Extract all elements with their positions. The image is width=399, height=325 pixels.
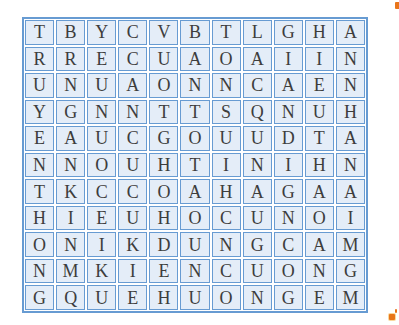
- grid-cell-r8c1[interactable]: H: [25, 206, 54, 231]
- grid-cell-r1c2[interactable]: B: [56, 20, 85, 45]
- grid-cell-r6c10[interactable]: H: [305, 153, 334, 178]
- grid-cell-r5c11[interactable]: A: [336, 126, 365, 151]
- grid-cell-r1c9[interactable]: G: [274, 20, 303, 45]
- grid-cell-r11c10[interactable]: E: [305, 285, 334, 310]
- grid-cell-r4c10[interactable]: U: [305, 100, 334, 125]
- grid-cell-r9c6[interactable]: U: [180, 232, 209, 257]
- grid-cell-r10c11[interactable]: G: [336, 259, 365, 284]
- grid-cell-r5c9[interactable]: D: [274, 126, 303, 151]
- sparkle-decoration-top-right: [395, 2, 399, 9]
- grid-cell-r5c6[interactable]: O: [180, 126, 209, 151]
- grid-cell-r10c5[interactable]: E: [149, 259, 178, 284]
- grid-cell-r4c1[interactable]: Y: [25, 100, 54, 125]
- grid-cell-r11c7[interactable]: O: [212, 285, 241, 310]
- grid-cell-r11c6[interactable]: U: [180, 285, 209, 310]
- grid-cell-r3c4[interactable]: A: [118, 73, 147, 98]
- grid-cell-r9c2[interactable]: N: [56, 232, 85, 257]
- grid-cell-r10c2[interactable]: M: [56, 259, 85, 284]
- grid-cell-r3c9[interactable]: A: [274, 73, 303, 98]
- grid-cell-r5c10[interactable]: T: [305, 126, 334, 151]
- grid-cell-r5c1[interactable]: E: [25, 126, 54, 151]
- sparkle-decoration-bottom-right: [389, 314, 395, 320]
- grid-cell-r5c7[interactable]: U: [212, 126, 241, 151]
- grid-cell-r10c8[interactable]: U: [243, 259, 272, 284]
- grid-cell-r3c5[interactable]: O: [149, 73, 178, 98]
- grid-cell-r7c9[interactable]: G: [274, 179, 303, 204]
- grid-cell-r4c3[interactable]: N: [87, 100, 116, 125]
- grid-cell-r2c11[interactable]: N: [336, 47, 365, 72]
- grid-cell-r7c8[interactable]: A: [243, 179, 272, 204]
- grid-cell-r5c4[interactable]: C: [118, 126, 147, 151]
- grid-cell-r6c8[interactable]: N: [243, 153, 272, 178]
- grid-cell-r1c3[interactable]: Y: [87, 20, 116, 45]
- grid-cell-r6c3[interactable]: O: [87, 153, 116, 178]
- grid-cell-r1c6[interactable]: B: [180, 20, 209, 45]
- grid-cell-r6c2[interactable]: N: [56, 153, 85, 178]
- grid-cell-r11c11[interactable]: M: [336, 285, 365, 310]
- grid-cell-r2c9[interactable]: I: [274, 47, 303, 72]
- grid-cell-r5c2[interactable]: A: [56, 126, 85, 151]
- grid-cell-r10c9[interactable]: O: [274, 259, 303, 284]
- grid-cell-r3c2[interactable]: N: [56, 73, 85, 98]
- grid-cell-r10c1[interactable]: N: [25, 259, 54, 284]
- grid-cell-r3c10[interactable]: E: [305, 73, 334, 98]
- grid-cell-r9c10[interactable]: A: [305, 232, 334, 257]
- word-search-grid: TBYCVBTLGHARRECUAOAIINUNUAONNCAENYGNNTTS…: [22, 17, 368, 313]
- grid-cell-r8c10[interactable]: O: [305, 206, 334, 231]
- grid-cell-r10c3[interactable]: K: [87, 259, 116, 284]
- grid-cell-r5c5[interactable]: G: [149, 126, 178, 151]
- grid-cell-r7c11[interactable]: A: [336, 179, 365, 204]
- grid-cell-r11c1[interactable]: G: [25, 285, 54, 310]
- grid-cell-r6c7[interactable]: I: [212, 153, 241, 178]
- grid-cell-r4c6[interactable]: T: [180, 100, 209, 125]
- grid-cell-r6c6[interactable]: T: [180, 153, 209, 178]
- grid-cell-r8c7[interactable]: C: [212, 206, 241, 231]
- grid-cell-r8c4[interactable]: U: [118, 206, 147, 231]
- grid-cell-r4c2[interactable]: G: [56, 100, 85, 125]
- grid-cell-r2c6[interactable]: A: [180, 47, 209, 72]
- grid-cell-r3c11[interactable]: N: [336, 73, 365, 98]
- grid-cell-r8c2[interactable]: I: [56, 206, 85, 231]
- grid-cell-r2c4[interactable]: C: [118, 47, 147, 72]
- grid-cell-r8c6[interactable]: O: [180, 206, 209, 231]
- grid-cell-r3c3[interactable]: U: [87, 73, 116, 98]
- grid-cell-r11c5[interactable]: H: [149, 285, 178, 310]
- grid-cell-r1c4[interactable]: C: [118, 20, 147, 45]
- grid-cell-r7c1[interactable]: T: [25, 179, 54, 204]
- grid-cell-r2c1[interactable]: R: [25, 47, 54, 72]
- grid-cell-r9c3[interactable]: I: [87, 232, 116, 257]
- grid-cell-r2c3[interactable]: E: [87, 47, 116, 72]
- grid-cell-r4c9[interactable]: N: [274, 100, 303, 125]
- grid-cell-r1c7[interactable]: T: [212, 20, 241, 45]
- grid-cell-r4c5[interactable]: T: [149, 100, 178, 125]
- grid-cell-r8c9[interactable]: N: [274, 206, 303, 231]
- grid-cell-r9c7[interactable]: N: [212, 232, 241, 257]
- grid-cell-r6c11[interactable]: N: [336, 153, 365, 178]
- grid-cell-r7c7[interactable]: H: [212, 179, 241, 204]
- grid-cell-r3c7[interactable]: N: [212, 73, 241, 98]
- grid-cell-r1c11[interactable]: A: [336, 20, 365, 45]
- grid-cell-r4c8[interactable]: Q: [243, 100, 272, 125]
- grid-cell-r5c3[interactable]: U: [87, 126, 116, 151]
- grid-cell-r9c5[interactable]: D: [149, 232, 178, 257]
- grid-cell-r7c4[interactable]: C: [118, 179, 147, 204]
- sparkle-decoration-bottom-right-tick: [395, 309, 397, 313]
- grid-cell-r10c4[interactable]: I: [118, 259, 147, 284]
- grid-cell-r6c1[interactable]: N: [25, 153, 54, 178]
- grid-cell-r9c4[interactable]: K: [118, 232, 147, 257]
- grid-cell-r3c1[interactable]: U: [25, 73, 54, 98]
- grid-cell-r2c7[interactable]: O: [212, 47, 241, 72]
- grid-cell-r8c8[interactable]: U: [243, 206, 272, 231]
- grid-cell-r5c8[interactable]: U: [243, 126, 272, 151]
- grid-cell-r8c5[interactable]: H: [149, 206, 178, 231]
- grid-cell-r10c10[interactable]: N: [305, 259, 334, 284]
- grid-cell-r4c7[interactable]: S: [212, 100, 241, 125]
- grid-cell-r10c6[interactable]: N: [180, 259, 209, 284]
- grid-cell-r1c1[interactable]: T: [25, 20, 54, 45]
- grid-cell-r3c8[interactable]: C: [243, 73, 272, 98]
- grid-cell-r11c2[interactable]: Q: [56, 285, 85, 310]
- grid-cell-r11c8[interactable]: N: [243, 285, 272, 310]
- grid-cell-r2c2[interactable]: R: [56, 47, 85, 72]
- grid-cell-r8c11[interactable]: I: [336, 206, 365, 231]
- grid-cell-r2c5[interactable]: U: [149, 47, 178, 72]
- grid-cell-r11c4[interactable]: E: [118, 285, 147, 310]
- grid-cell-r9c9[interactable]: C: [274, 232, 303, 257]
- grid-cell-r9c1[interactable]: O: [25, 232, 54, 257]
- grid-cell-r9c8[interactable]: G: [243, 232, 272, 257]
- grid-cell-r7c5[interactable]: O: [149, 179, 178, 204]
- grid-cell-r2c10[interactable]: I: [305, 47, 334, 72]
- grid-cell-r6c4[interactable]: U: [118, 153, 147, 178]
- grid-cell-r7c3[interactable]: C: [87, 179, 116, 204]
- grid-cell-r11c9[interactable]: G: [274, 285, 303, 310]
- grid-cell-r3c6[interactable]: N: [180, 73, 209, 98]
- grid-cell-r7c6[interactable]: A: [180, 179, 209, 204]
- grid-cell-r10c7[interactable]: C: [212, 259, 241, 284]
- grid-cell-r8c3[interactable]: E: [87, 206, 116, 231]
- grid-cell-r1c5[interactable]: V: [149, 20, 178, 45]
- grid-cell-r1c10[interactable]: H: [305, 20, 334, 45]
- grid-cell-r1c8[interactable]: L: [243, 20, 272, 45]
- grid-cell-r4c4[interactable]: N: [118, 100, 147, 125]
- grid-cell-r9c11[interactable]: M: [336, 232, 365, 257]
- grid-cell-r11c3[interactable]: U: [87, 285, 116, 310]
- grid-cell-r7c2[interactable]: K: [56, 179, 85, 204]
- grid-cell-r7c10[interactable]: A: [305, 179, 334, 204]
- grid-cell-r6c5[interactable]: H: [149, 153, 178, 178]
- grid-cell-r2c8[interactable]: A: [243, 47, 272, 72]
- grid-cell-r6c9[interactable]: I: [274, 153, 303, 178]
- grid-cell-r4c11[interactable]: H: [336, 100, 365, 125]
